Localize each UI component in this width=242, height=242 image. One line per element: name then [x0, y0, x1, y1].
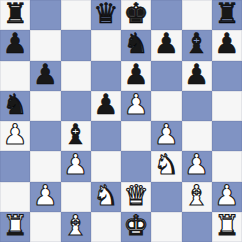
square-e3[interactable] — [121, 151, 151, 181]
square-a7[interactable]: ♟ — [0, 30, 30, 60]
square-g1[interactable] — [182, 212, 212, 242]
white-bishop: ♝ — [184, 182, 209, 210]
black-pawn: ♟ — [184, 61, 209, 89]
square-f7[interactable]: ♟ — [151, 30, 181, 60]
black-knight: ♞ — [124, 30, 149, 58]
square-b4[interactable] — [30, 121, 60, 151]
square-d5[interactable]: ♟ — [91, 91, 121, 121]
black-pawn: ♟ — [214, 30, 239, 58]
square-d3[interactable] — [91, 151, 121, 181]
square-d4[interactable] — [91, 121, 121, 151]
square-f4[interactable]: ♟ — [151, 121, 181, 151]
square-e8[interactable]: ♚ — [121, 0, 151, 30]
white-knight: ♞ — [154, 151, 179, 179]
square-h8[interactable]: ♜ — [212, 0, 242, 30]
square-a5[interactable]: ♞ — [0, 91, 30, 121]
white-pawn: ♟ — [63, 151, 88, 179]
white-pawn: ♟ — [154, 121, 179, 149]
white-king: ♚ — [124, 212, 149, 240]
chess-board: ♜♛♚♜♟♞♟♝♟♟♟♟♞♟♟♟♝♟♟♞♟♟♞♛♝♟♜♝♚♜ — [0, 0, 242, 242]
white-rook: ♜ — [214, 212, 239, 240]
square-a1[interactable]: ♜ — [0, 212, 30, 242]
white-knight: ♞ — [93, 182, 118, 210]
square-h1[interactable]: ♜ — [212, 212, 242, 242]
square-h7[interactable]: ♟ — [212, 30, 242, 60]
white-pawn: ♟ — [124, 91, 149, 119]
square-f5[interactable] — [151, 91, 181, 121]
square-a8[interactable]: ♜ — [0, 0, 30, 30]
square-b2[interactable]: ♟ — [30, 182, 60, 212]
square-c1[interactable]: ♝ — [61, 212, 91, 242]
square-b7[interactable] — [30, 30, 60, 60]
square-f6[interactable] — [151, 61, 181, 91]
black-queen: ♛ — [93, 0, 118, 28]
square-f2[interactable] — [151, 182, 181, 212]
square-d8[interactable]: ♛ — [91, 0, 121, 30]
square-a2[interactable] — [0, 182, 30, 212]
black-pawn: ♟ — [33, 61, 58, 89]
white-pawn: ♟ — [214, 182, 239, 210]
square-b5[interactable] — [30, 91, 60, 121]
square-a4[interactable]: ♟ — [0, 121, 30, 151]
white-pawn: ♟ — [184, 151, 209, 179]
black-bishop: ♝ — [63, 121, 88, 149]
square-g4[interactable] — [182, 121, 212, 151]
white-bishop: ♝ — [63, 212, 88, 240]
square-e5[interactable]: ♟ — [121, 91, 151, 121]
square-b6[interactable]: ♟ — [30, 61, 60, 91]
white-pawn: ♟ — [3, 121, 28, 149]
white-rook: ♜ — [3, 212, 28, 240]
square-g2[interactable]: ♝ — [182, 182, 212, 212]
square-h2[interactable]: ♟ — [212, 182, 242, 212]
square-c4[interactable]: ♝ — [61, 121, 91, 151]
square-c5[interactable] — [61, 91, 91, 121]
square-h4[interactable] — [212, 121, 242, 151]
square-f3[interactable]: ♞ — [151, 151, 181, 181]
square-a6[interactable] — [0, 61, 30, 91]
square-g7[interactable]: ♝ — [182, 30, 212, 60]
square-c8[interactable] — [61, 0, 91, 30]
white-pawn: ♟ — [33, 182, 58, 210]
square-e1[interactable]: ♚ — [121, 212, 151, 242]
black-knight: ♞ — [3, 91, 28, 119]
square-g8[interactable] — [182, 0, 212, 30]
square-c7[interactable] — [61, 30, 91, 60]
square-d6[interactable] — [91, 61, 121, 91]
square-f8[interactable] — [151, 0, 181, 30]
square-f1[interactable] — [151, 212, 181, 242]
square-e2[interactable]: ♛ — [121, 182, 151, 212]
black-king: ♚ — [124, 0, 149, 28]
square-b1[interactable] — [30, 212, 60, 242]
black-pawn: ♟ — [124, 61, 149, 89]
black-rook: ♜ — [3, 0, 28, 28]
square-g3[interactable]: ♟ — [182, 151, 212, 181]
black-pawn: ♟ — [93, 91, 118, 119]
square-g5[interactable] — [182, 91, 212, 121]
square-h5[interactable] — [212, 91, 242, 121]
square-d2[interactable]: ♞ — [91, 182, 121, 212]
square-e6[interactable]: ♟ — [121, 61, 151, 91]
black-rook: ♜ — [214, 0, 239, 28]
square-d7[interactable] — [91, 30, 121, 60]
square-c6[interactable] — [61, 61, 91, 91]
square-d1[interactable] — [91, 212, 121, 242]
square-g6[interactable]: ♟ — [182, 61, 212, 91]
square-e7[interactable]: ♞ — [121, 30, 151, 60]
square-h6[interactable] — [212, 61, 242, 91]
square-c3[interactable]: ♟ — [61, 151, 91, 181]
black-bishop: ♝ — [184, 30, 209, 58]
black-pawn: ♟ — [154, 30, 179, 58]
square-c2[interactable] — [61, 182, 91, 212]
square-a3[interactable] — [0, 151, 30, 181]
square-h3[interactable] — [212, 151, 242, 181]
square-b3[interactable] — [30, 151, 60, 181]
white-queen: ♛ — [124, 182, 149, 210]
square-b8[interactable] — [30, 0, 60, 30]
black-pawn: ♟ — [3, 30, 28, 58]
square-e4[interactable] — [121, 121, 151, 151]
